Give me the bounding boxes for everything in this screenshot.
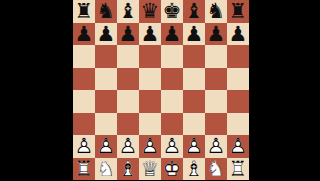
- piece-white-bishop[interactable]: ♝♗: [185, 158, 204, 181]
- square-b5[interactable]: [95, 68, 117, 91]
- square-f7[interactable]: ♟: [183, 23, 205, 46]
- square-c6[interactable]: [117, 45, 139, 68]
- piece-white-rook[interactable]: ♜♖: [229, 158, 248, 181]
- square-c3[interactable]: [117, 113, 139, 136]
- piece-white-knight[interactable]: ♞♘: [207, 158, 226, 181]
- piece-black-knight[interactable]: ♞: [97, 0, 116, 23]
- square-g7[interactable]: ♟: [205, 23, 227, 46]
- square-g6[interactable]: [205, 45, 227, 68]
- square-e4[interactable]: [161, 90, 183, 113]
- piece-black-king[interactable]: ♚: [163, 0, 182, 23]
- square-c4[interactable]: [117, 90, 139, 113]
- piece-white-queen[interactable]: ♛♕: [141, 158, 160, 181]
- square-h7[interactable]: ♟: [227, 23, 249, 46]
- piece-fill-glyph: ♜: [229, 0, 248, 23]
- square-a5[interactable]: [73, 68, 95, 91]
- square-a2[interactable]: ♟♙: [73, 135, 95, 158]
- piece-white-pawn[interactable]: ♟♙: [229, 135, 248, 158]
- square-a1[interactable]: ♜♖: [73, 158, 95, 181]
- piece-outline-glyph: ♔: [163, 158, 182, 181]
- square-e8[interactable]: ♚: [161, 0, 183, 23]
- piece-white-pawn[interactable]: ♟♙: [185, 135, 204, 158]
- piece-black-pawn[interactable]: ♟: [75, 23, 94, 46]
- letterbox-right: [249, 0, 320, 180]
- square-b7[interactable]: ♟: [95, 23, 117, 46]
- piece-fill-glyph: ♝: [119, 0, 138, 23]
- piece-black-bishop[interactable]: ♝: [119, 0, 138, 23]
- piece-black-queen[interactable]: ♛: [141, 0, 160, 23]
- square-f3[interactable]: [183, 113, 205, 136]
- piece-fill-glyph: ♞: [97, 0, 116, 23]
- piece-outline-glyph: ♙: [141, 135, 160, 158]
- piece-black-pawn[interactable]: ♟: [163, 23, 182, 46]
- square-f8[interactable]: ♝: [183, 0, 205, 23]
- piece-fill-glyph: ♞: [207, 0, 226, 23]
- square-e7[interactable]: ♟: [161, 23, 183, 46]
- piece-outline-glyph: ♘: [97, 158, 116, 181]
- piece-fill-glyph: ♟: [119, 23, 138, 46]
- square-d3[interactable]: [139, 113, 161, 136]
- piece-outline-glyph: ♙: [185, 135, 204, 158]
- piece-fill-glyph: ♟: [75, 23, 94, 46]
- piece-black-bishop[interactable]: ♝: [185, 0, 204, 23]
- piece-fill-glyph: ♛: [141, 0, 160, 23]
- piece-fill-glyph: ♟: [97, 23, 116, 46]
- square-g1[interactable]: ♞♘: [205, 158, 227, 181]
- square-b4[interactable]: [95, 90, 117, 113]
- square-b6[interactable]: [95, 45, 117, 68]
- square-c8[interactable]: ♝: [117, 0, 139, 23]
- piece-outline-glyph: ♙: [97, 135, 116, 158]
- piece-black-rook[interactable]: ♜: [75, 0, 94, 23]
- square-e2[interactable]: ♟♙: [161, 135, 183, 158]
- piece-outline-glyph: ♙: [229, 135, 248, 158]
- piece-fill-glyph: ♟: [185, 23, 204, 46]
- square-h8[interactable]: ♜: [227, 0, 249, 23]
- square-d5[interactable]: [139, 68, 161, 91]
- square-a6[interactable]: [73, 45, 95, 68]
- piece-black-rook[interactable]: ♜: [229, 0, 248, 23]
- piece-fill-glyph: ♟: [207, 23, 226, 46]
- square-f6[interactable]: [183, 45, 205, 68]
- square-h2[interactable]: ♟♙: [227, 135, 249, 158]
- square-a3[interactable]: [73, 113, 95, 136]
- piece-white-pawn[interactable]: ♟♙: [163, 135, 182, 158]
- piece-white-pawn[interactable]: ♟♙: [119, 135, 138, 158]
- chess-board: ♜♞♝♛♚♝♞♜♟♟♟♟♟♟♟♟♟♙♟♙♟♙♟♙♟♙♟♙♟♙♟♙♜♖♞♘♝♗♛♕…: [73, 0, 249, 180]
- piece-white-pawn[interactable]: ♟♙: [97, 135, 116, 158]
- square-g4[interactable]: [205, 90, 227, 113]
- square-f1[interactable]: ♝♗: [183, 158, 205, 181]
- square-h3[interactable]: [227, 113, 249, 136]
- square-f5[interactable]: [183, 68, 205, 91]
- square-b8[interactable]: ♞: [95, 0, 117, 23]
- piece-black-pawn[interactable]: ♟: [185, 23, 204, 46]
- square-h6[interactable]: [227, 45, 249, 68]
- letterbox-left: [0, 0, 73, 180]
- piece-fill-glyph: ♜: [75, 0, 94, 23]
- square-a7[interactable]: ♟: [73, 23, 95, 46]
- square-d1[interactable]: ♛♕: [139, 158, 161, 181]
- square-c5[interactable]: [117, 68, 139, 91]
- piece-fill-glyph: ♝: [185, 0, 204, 23]
- piece-white-king[interactable]: ♚♔: [163, 158, 182, 181]
- piece-outline-glyph: ♙: [119, 135, 138, 158]
- piece-white-pawn[interactable]: ♟♙: [75, 135, 94, 158]
- square-h5[interactable]: [227, 68, 249, 91]
- square-h4[interactable]: [227, 90, 249, 113]
- square-d2[interactable]: ♟♙: [139, 135, 161, 158]
- piece-white-pawn[interactable]: ♟♙: [207, 135, 226, 158]
- square-f2[interactable]: ♟♙: [183, 135, 205, 158]
- piece-fill-glyph: ♚: [163, 0, 182, 23]
- piece-outline-glyph: ♗: [185, 158, 204, 181]
- piece-outline-glyph: ♘: [207, 158, 226, 181]
- piece-white-pawn[interactable]: ♟♙: [141, 135, 160, 158]
- square-d7[interactable]: ♟: [139, 23, 161, 46]
- square-d8[interactable]: ♛: [139, 0, 161, 23]
- piece-white-bishop[interactable]: ♝♗: [119, 158, 138, 181]
- square-g3[interactable]: [205, 113, 227, 136]
- piece-outline-glyph: ♖: [75, 158, 94, 181]
- piece-white-knight[interactable]: ♞♘: [97, 158, 116, 181]
- square-b1[interactable]: ♞♘: [95, 158, 117, 181]
- piece-black-pawn[interactable]: ♟: [229, 23, 248, 46]
- piece-white-rook[interactable]: ♜♖: [75, 158, 94, 181]
- piece-black-pawn[interactable]: ♟: [97, 23, 116, 46]
- square-b2[interactable]: ♟♙: [95, 135, 117, 158]
- square-a4[interactable]: [73, 90, 95, 113]
- piece-fill-glyph: ♟: [163, 23, 182, 46]
- piece-fill-glyph: ♟: [229, 23, 248, 46]
- piece-black-pawn[interactable]: ♟: [141, 23, 160, 46]
- square-g8[interactable]: ♞: [205, 0, 227, 23]
- square-c7[interactable]: ♟: [117, 23, 139, 46]
- square-e5[interactable]: [161, 68, 183, 91]
- piece-outline-glyph: ♙: [207, 135, 226, 158]
- piece-outline-glyph: ♗: [119, 158, 138, 181]
- piece-black-knight[interactable]: ♞: [207, 0, 226, 23]
- square-a8[interactable]: ♜: [73, 0, 95, 23]
- video-frame: ♜♞♝♛♚♝♞♜♟♟♟♟♟♟♟♟♟♙♟♙♟♙♟♙♟♙♟♙♟♙♟♙♜♖♞♘♝♗♛♕…: [0, 0, 320, 180]
- piece-outline-glyph: ♙: [163, 135, 182, 158]
- piece-outline-glyph: ♕: [141, 158, 160, 181]
- piece-outline-glyph: ♙: [75, 135, 94, 158]
- piece-fill-glyph: ♟: [141, 23, 160, 46]
- square-c1[interactable]: ♝♗: [117, 158, 139, 181]
- square-h1[interactable]: ♜♖: [227, 158, 249, 181]
- piece-outline-glyph: ♖: [229, 158, 248, 181]
- square-d6[interactable]: [139, 45, 161, 68]
- square-d4[interactable]: [139, 90, 161, 113]
- piece-black-pawn[interactable]: ♟: [119, 23, 138, 46]
- square-e6[interactable]: [161, 45, 183, 68]
- square-e1[interactable]: ♚♔: [161, 158, 183, 181]
- square-g5[interactable]: [205, 68, 227, 91]
- square-g2[interactable]: ♟♙: [205, 135, 227, 158]
- piece-black-pawn[interactable]: ♟: [207, 23, 226, 46]
- square-e3[interactable]: [161, 113, 183, 136]
- square-c2[interactable]: ♟♙: [117, 135, 139, 158]
- square-b3[interactable]: [95, 113, 117, 136]
- square-f4[interactable]: [183, 90, 205, 113]
